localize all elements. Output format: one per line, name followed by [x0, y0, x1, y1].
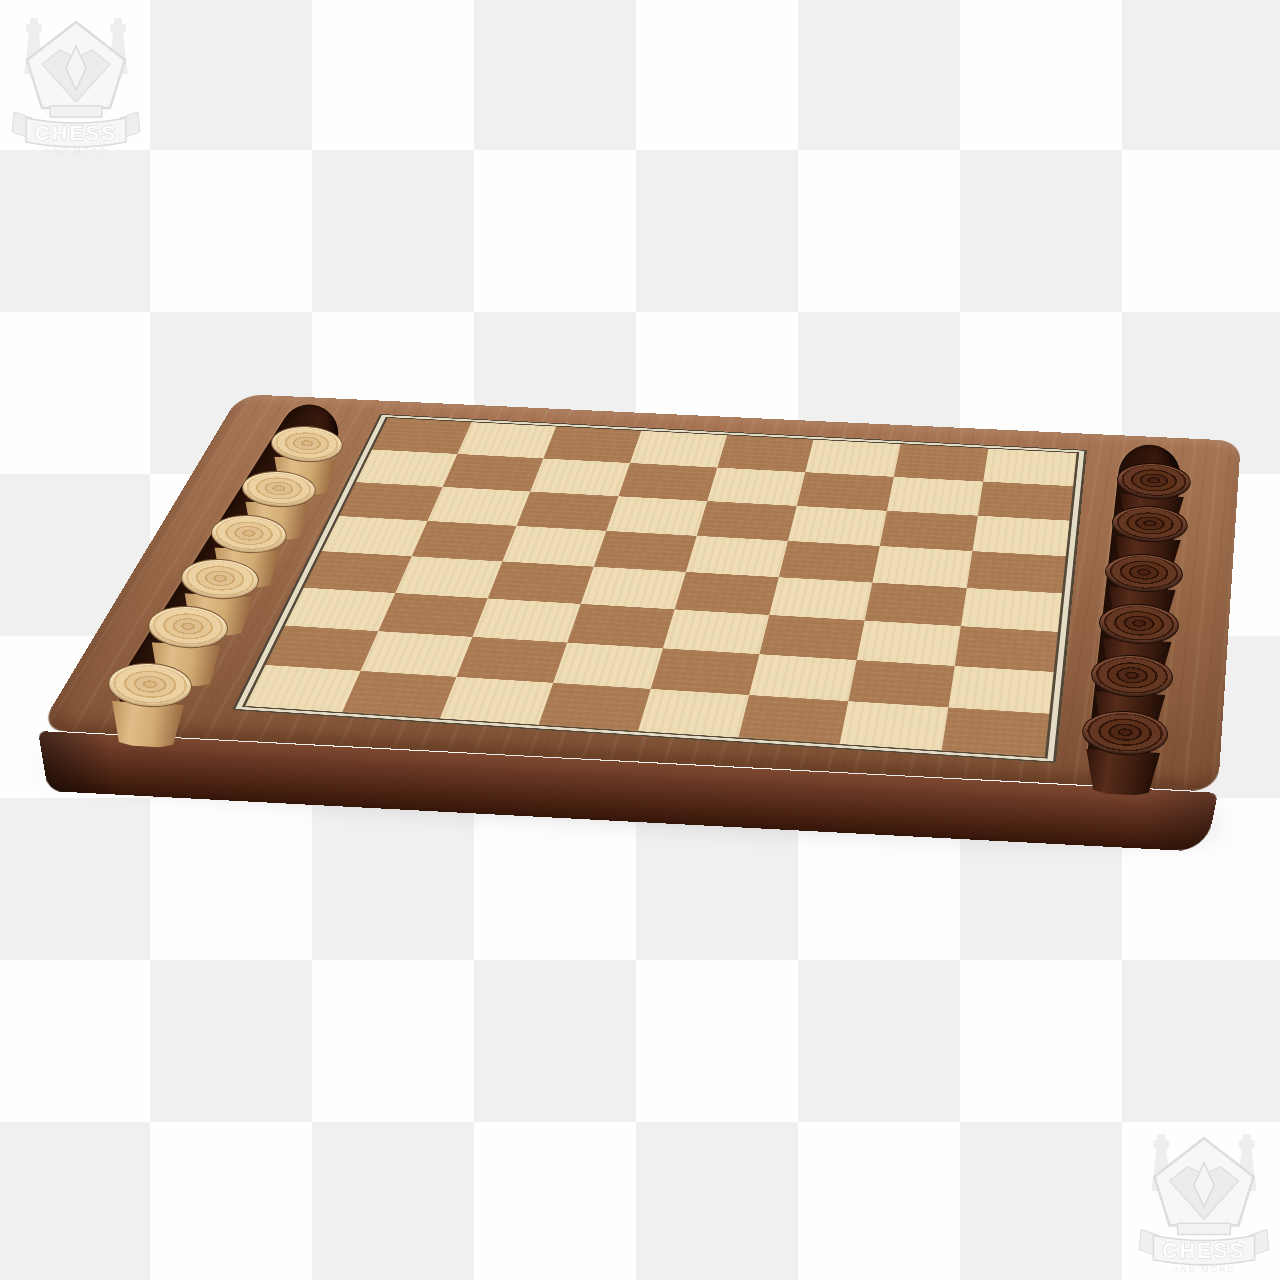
dark-checker-piece	[1079, 709, 1167, 799]
crown-icon	[27, 22, 125, 117]
light-checker-piece	[105, 661, 191, 751]
wood-grain-overlay	[245, 418, 1076, 757]
watermark-subtext: AND MORE	[1173, 1264, 1236, 1274]
brand-watermark-bottom-right: CHESS AND MORE	[1133, 1122, 1275, 1274]
light-piece-side	[108, 701, 186, 749]
checkers-playfield	[232, 414, 1087, 763]
crown-icon	[1154, 1138, 1253, 1234]
product-image-stage: CHESS AND MORE CHESS AND MORE	[0, 0, 1280, 1280]
dark-piece-side	[1082, 749, 1161, 797]
brand-watermark-top-left: CHESS AND MORE	[6, 6, 146, 156]
watermark-brand-text: CHESS	[1162, 1239, 1245, 1263]
watermark-brand-text: CHESS	[35, 121, 117, 144]
watermark-subtext: AND MORE	[45, 146, 107, 156]
